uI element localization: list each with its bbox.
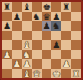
white-pawn-c2[interactable]: ♟ <box>23 60 31 69</box>
board-grid: ♜♝♚♜♟♞♛♟♟♟♞♝♟♟♞♟♟♟♝♛♚♜ <box>2 2 81 78</box>
chess-board: ♜♝♚♜♟♞♛♟♟♟♞♝♟♟♞♟♟♟♝♛♚♜ <box>0 0 83 80</box>
square-h6[interactable] <box>71 21 81 31</box>
square-c1[interactable]: ♝ <box>22 69 32 79</box>
square-c5[interactable] <box>22 31 32 41</box>
black-pawn-b7[interactable]: ♟ <box>13 12 21 21</box>
square-a5[interactable] <box>2 31 12 41</box>
square-b4[interactable] <box>12 40 22 50</box>
square-f3[interactable] <box>51 50 61 60</box>
square-a3[interactable]: ♟ <box>2 50 12 60</box>
square-g3[interactable] <box>61 50 71 60</box>
square-g6[interactable] <box>61 21 71 31</box>
square-f5[interactable] <box>51 31 61 41</box>
square-g1[interactable] <box>61 69 71 79</box>
square-g5[interactable] <box>61 31 71 41</box>
square-a6[interactable]: ♟ <box>2 21 12 31</box>
square-h7[interactable] <box>71 12 81 22</box>
square-f8[interactable] <box>51 2 61 12</box>
square-h4[interactable] <box>71 40 81 50</box>
white-bishop-c1[interactable]: ♝ <box>23 69 31 78</box>
square-d1[interactable]: ♛ <box>32 69 42 79</box>
square-e7[interactable]: ♛ <box>42 12 52 22</box>
square-g4[interactable] <box>61 40 71 50</box>
square-c4[interactable]: ♝ <box>22 40 32 50</box>
square-d5[interactable] <box>32 31 42 41</box>
black-knight-f6[interactable]: ♞ <box>52 22 60 31</box>
square-c3[interactable]: ♞ <box>22 50 32 60</box>
square-h1[interactable]: ♜ <box>71 69 81 79</box>
square-b2[interactable]: ♟ <box>12 59 22 69</box>
black-pawn-f7[interactable]: ♟ <box>52 12 60 21</box>
square-d8[interactable] <box>32 2 42 12</box>
white-bishop-c4[interactable]: ♝ <box>23 41 31 50</box>
black-pawn-a6[interactable]: ♟ <box>3 22 11 31</box>
square-f7[interactable]: ♟ <box>51 12 61 22</box>
square-c8[interactable]: ♝ <box>22 2 32 12</box>
black-rook-a8[interactable]: ♜ <box>3 3 11 12</box>
white-king-f1[interactable]: ♚ <box>52 69 60 78</box>
square-f4[interactable]: ♟ <box>51 40 61 50</box>
white-pawn-a3[interactable]: ♟ <box>3 50 11 59</box>
square-b3[interactable] <box>12 50 22 60</box>
square-h2[interactable] <box>71 59 81 69</box>
square-a7[interactable] <box>2 12 12 22</box>
black-bishop-c8[interactable]: ♝ <box>23 3 31 12</box>
square-h8[interactable] <box>71 2 81 12</box>
white-pawn-g2[interactable]: ♟ <box>62 60 70 69</box>
square-f2[interactable] <box>51 59 61 69</box>
square-a8[interactable]: ♜ <box>2 2 12 12</box>
square-d2[interactable] <box>32 59 42 69</box>
square-d7[interactable]: ♞ <box>32 12 42 22</box>
square-d6[interactable] <box>32 21 42 31</box>
square-b7[interactable]: ♟ <box>12 12 22 22</box>
white-queen-d1[interactable]: ♛ <box>33 69 41 78</box>
square-a4[interactable] <box>2 40 12 50</box>
square-e6[interactable]: ♟ <box>42 21 52 31</box>
square-b8[interactable] <box>12 2 22 12</box>
square-e5[interactable] <box>42 31 52 41</box>
square-h5[interactable] <box>71 31 81 41</box>
square-g2[interactable]: ♟ <box>61 59 71 69</box>
square-c2[interactable]: ♟ <box>22 59 32 69</box>
black-king-e8[interactable]: ♚ <box>42 3 50 12</box>
square-e4[interactable] <box>42 40 52 50</box>
square-c6[interactable] <box>22 21 32 31</box>
square-b6[interactable] <box>12 21 22 31</box>
square-e3[interactable] <box>42 50 52 60</box>
white-knight-c3[interactable]: ♞ <box>23 50 31 59</box>
square-f6[interactable]: ♞ <box>51 21 61 31</box>
black-knight-d7[interactable]: ♞ <box>33 12 41 21</box>
square-a1[interactable] <box>2 69 12 79</box>
square-g8[interactable]: ♜ <box>61 2 71 12</box>
square-a2[interactable] <box>2 59 12 69</box>
square-e8[interactable]: ♚ <box>42 2 52 12</box>
black-queen-e7[interactable]: ♛ <box>42 12 50 21</box>
square-d3[interactable] <box>32 50 42 60</box>
square-b5[interactable] <box>12 31 22 41</box>
square-g7[interactable] <box>61 12 71 22</box>
black-pawn-f4[interactable]: ♟ <box>52 41 60 50</box>
square-h3[interactable] <box>71 50 81 60</box>
square-e1[interactable] <box>42 69 52 79</box>
square-b1[interactable] <box>12 69 22 79</box>
square-d4[interactable] <box>32 40 42 50</box>
white-pawn-b2[interactable]: ♟ <box>13 60 21 69</box>
black-pawn-e6[interactable]: ♟ <box>42 22 50 31</box>
black-rook-g8[interactable]: ♜ <box>62 3 70 12</box>
white-rook-h1[interactable]: ♜ <box>72 69 80 78</box>
square-f1[interactable]: ♚ <box>51 69 61 79</box>
square-c7[interactable] <box>22 12 32 22</box>
square-e2[interactable] <box>42 59 52 69</box>
